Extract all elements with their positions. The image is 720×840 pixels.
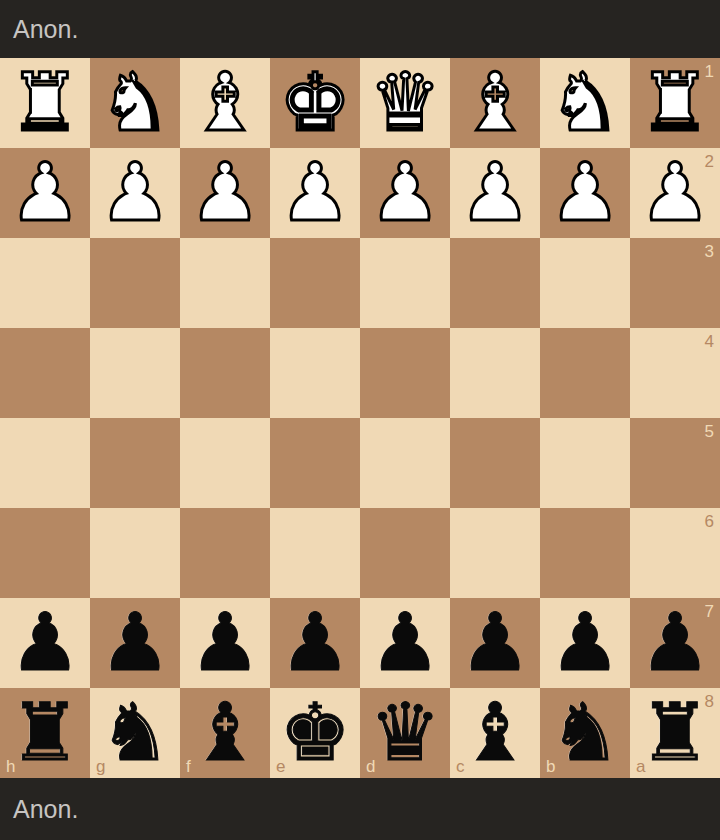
- square-d3[interactable]: [360, 238, 450, 328]
- square-c3[interactable]: [450, 238, 540, 328]
- square-g1[interactable]: ♞: [90, 58, 180, 148]
- square-d1[interactable]: ♛: [360, 58, 450, 148]
- square-d8[interactable]: ♛d: [360, 688, 450, 778]
- top-player-name: Anon.: [13, 15, 78, 44]
- square-c7[interactable]: ♟: [450, 598, 540, 688]
- black-pawn-e7[interactable]: ♟: [279, 598, 351, 688]
- square-c2[interactable]: ♟: [450, 148, 540, 238]
- white-bishop-f1[interactable]: ♝: [189, 58, 261, 148]
- black-pawn-g7[interactable]: ♟: [99, 598, 171, 688]
- square-c1[interactable]: ♝: [450, 58, 540, 148]
- square-f3[interactable]: [180, 238, 270, 328]
- square-e7[interactable]: ♟: [270, 598, 360, 688]
- black-knight-b8[interactable]: ♞: [549, 688, 621, 778]
- square-e6[interactable]: [270, 508, 360, 598]
- chess-board[interactable]: ♜♞♝♚♛♝♞♜1♟♟♟♟♟♟♟♟23456♟♟♟♟♟♟♟♟7♜h♞g♝f♚e♛…: [0, 58, 720, 778]
- square-d7[interactable]: ♟: [360, 598, 450, 688]
- black-pawn-c7[interactable]: ♟: [459, 598, 531, 688]
- black-bishop-c8[interactable]: ♝: [459, 688, 531, 778]
- square-a5[interactable]: 5: [630, 418, 720, 508]
- rank-label-6: 6: [705, 513, 714, 530]
- square-g8[interactable]: ♞g: [90, 688, 180, 778]
- square-a3[interactable]: 3: [630, 238, 720, 328]
- black-pawn-h7[interactable]: ♟: [9, 598, 81, 688]
- square-b5[interactable]: [540, 418, 630, 508]
- square-e8[interactable]: ♚e: [270, 688, 360, 778]
- white-pawn-f2[interactable]: ♟: [189, 148, 261, 238]
- square-h8[interactable]: ♜h: [0, 688, 90, 778]
- square-g3[interactable]: [90, 238, 180, 328]
- black-rook-a8[interactable]: ♜: [639, 688, 711, 778]
- square-g2[interactable]: ♟: [90, 148, 180, 238]
- rank-label-5: 5: [705, 423, 714, 440]
- square-h7[interactable]: ♟: [0, 598, 90, 688]
- bottom-player-name: Anon.: [13, 795, 78, 824]
- white-pawn-c2[interactable]: ♟: [459, 148, 531, 238]
- bottom-player-bar: Anon.: [0, 778, 720, 840]
- square-f6[interactable]: [180, 508, 270, 598]
- square-a8[interactable]: ♜8a: [630, 688, 720, 778]
- white-queen-d1[interactable]: ♛: [369, 58, 441, 148]
- square-d6[interactable]: [360, 508, 450, 598]
- square-h2[interactable]: ♟: [0, 148, 90, 238]
- white-bishop-c1[interactable]: ♝: [459, 58, 531, 148]
- black-pawn-a7[interactable]: ♟: [639, 598, 711, 688]
- white-pawn-a2[interactable]: ♟: [639, 148, 711, 238]
- square-c5[interactable]: [450, 418, 540, 508]
- square-b7[interactable]: ♟: [540, 598, 630, 688]
- top-player-bar: Anon.: [0, 0, 720, 58]
- square-b4[interactable]: [540, 328, 630, 418]
- square-g5[interactable]: [90, 418, 180, 508]
- square-h3[interactable]: [0, 238, 90, 328]
- square-f8[interactable]: ♝f: [180, 688, 270, 778]
- square-b1[interactable]: ♞: [540, 58, 630, 148]
- square-b8[interactable]: ♞b: [540, 688, 630, 778]
- square-a1[interactable]: ♜1: [630, 58, 720, 148]
- black-pawn-b7[interactable]: ♟: [549, 598, 621, 688]
- black-knight-g8[interactable]: ♞: [99, 688, 171, 778]
- white-pawn-g2[interactable]: ♟: [99, 148, 171, 238]
- square-a6[interactable]: 6: [630, 508, 720, 598]
- black-pawn-d7[interactable]: ♟: [369, 598, 441, 688]
- black-king-e8[interactable]: ♚: [279, 688, 351, 778]
- square-h4[interactable]: [0, 328, 90, 418]
- square-b6[interactable]: [540, 508, 630, 598]
- white-pawn-h2[interactable]: ♟: [9, 148, 81, 238]
- black-bishop-f8[interactable]: ♝: [189, 688, 261, 778]
- square-a7[interactable]: ♟7: [630, 598, 720, 688]
- square-h5[interactable]: [0, 418, 90, 508]
- square-h1[interactable]: ♜: [0, 58, 90, 148]
- black-pawn-f7[interactable]: ♟: [189, 598, 261, 688]
- rank-label-3: 3: [705, 243, 714, 260]
- square-e5[interactable]: [270, 418, 360, 508]
- square-g6[interactable]: [90, 508, 180, 598]
- square-e1[interactable]: ♚: [270, 58, 360, 148]
- square-b3[interactable]: [540, 238, 630, 328]
- white-rook-h1[interactable]: ♜: [9, 58, 81, 148]
- square-c6[interactable]: [450, 508, 540, 598]
- square-c4[interactable]: [450, 328, 540, 418]
- square-g4[interactable]: [90, 328, 180, 418]
- white-pawn-e2[interactable]: ♟: [279, 148, 351, 238]
- white-knight-g1[interactable]: ♞: [99, 58, 171, 148]
- square-d2[interactable]: ♟: [360, 148, 450, 238]
- white-pawn-b2[interactable]: ♟: [549, 148, 621, 238]
- white-knight-b1[interactable]: ♞: [549, 58, 621, 148]
- square-f1[interactable]: ♝: [180, 58, 270, 148]
- square-h6[interactable]: [0, 508, 90, 598]
- square-f2[interactable]: ♟: [180, 148, 270, 238]
- square-a4[interactable]: 4: [630, 328, 720, 418]
- square-a2[interactable]: ♟2: [630, 148, 720, 238]
- square-c8[interactable]: ♝c: [450, 688, 540, 778]
- square-f7[interactable]: ♟: [180, 598, 270, 688]
- black-rook-h8[interactable]: ♜: [9, 688, 81, 778]
- white-pawn-d2[interactable]: ♟: [369, 148, 441, 238]
- square-g7[interactable]: ♟: [90, 598, 180, 688]
- chess-app: Anon. ♜♞♝♚♛♝♞♜1♟♟♟♟♟♟♟♟23456♟♟♟♟♟♟♟♟7♜h♞…: [0, 0, 720, 840]
- square-f5[interactable]: [180, 418, 270, 508]
- square-e4[interactable]: [270, 328, 360, 418]
- square-e3[interactable]: [270, 238, 360, 328]
- square-e2[interactable]: ♟: [270, 148, 360, 238]
- square-b2[interactable]: ♟: [540, 148, 630, 238]
- rank-label-4: 4: [705, 333, 714, 350]
- square-d5[interactable]: [360, 418, 450, 508]
- white-king-e1[interactable]: ♚: [279, 58, 351, 148]
- white-rook-a1[interactable]: ♜: [639, 58, 711, 148]
- square-d4[interactable]: [360, 328, 450, 418]
- square-f4[interactable]: [180, 328, 270, 418]
- black-queen-d8[interactable]: ♛: [369, 688, 441, 778]
